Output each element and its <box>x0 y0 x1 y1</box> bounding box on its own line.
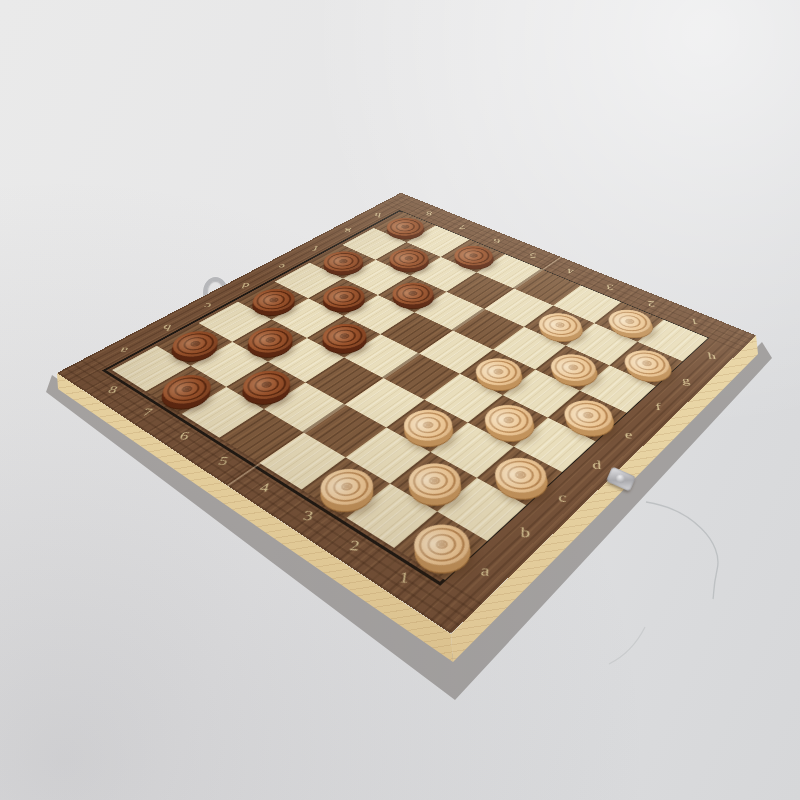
photo-scene: aabbccddeeffgghh8877665544332211 <box>0 0 800 800</box>
label-rank-1-right: 1 <box>681 314 707 328</box>
label-rank-2-left: 2 <box>336 533 372 558</box>
label-file-h-far: h <box>366 210 389 221</box>
label-file-b-near: b <box>509 521 541 545</box>
label-file-g-far: g <box>335 226 359 237</box>
label-rank-3-right: 3 <box>598 280 622 293</box>
label-file-f-near: f <box>644 398 673 416</box>
label-file-a-near: a <box>468 558 502 584</box>
label-rank-2-right: 2 <box>639 297 664 311</box>
label-rank-7-right: 7 <box>451 221 473 232</box>
label-rank-5-right: 5 <box>522 250 544 262</box>
label-file-c-near: c <box>547 487 577 509</box>
label-rank-6-right: 6 <box>485 235 507 246</box>
label-rank-3-left: 3 <box>290 504 326 527</box>
label-file-e-near: e <box>614 426 643 445</box>
label-rank-8-right: 8 <box>418 208 440 219</box>
label-rank-1-left: 1 <box>385 564 421 590</box>
label-rank-4-right: 4 <box>559 265 581 277</box>
label-rank-4-left: 4 <box>246 477 282 499</box>
label-file-f-far: f <box>302 243 327 255</box>
label-file-d-near: d <box>582 455 611 476</box>
label-file-e-far: e <box>268 260 295 272</box>
label-file-g-near: g <box>672 372 700 389</box>
label-file-h-near: h <box>698 348 726 364</box>
